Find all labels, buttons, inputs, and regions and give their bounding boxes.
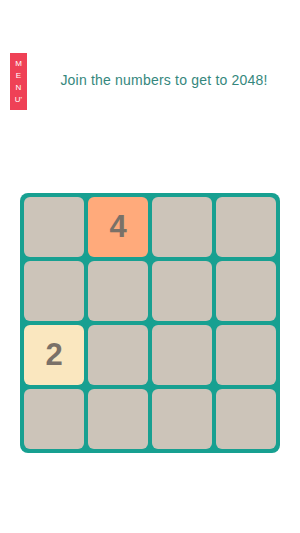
tile-r2-c3 xyxy=(216,325,276,385)
tile-r0-c2 xyxy=(152,197,212,257)
tile-r3-c3 xyxy=(216,389,276,449)
tile-r1-c2 xyxy=(152,261,212,321)
game-board[interactable]: 4 2 xyxy=(20,193,280,453)
menu-letter: M xyxy=(15,58,22,70)
menu-letter: E xyxy=(16,70,21,82)
tile-r2-c2 xyxy=(152,325,212,385)
tile-r1-c1 xyxy=(88,261,148,321)
menu-letter: U' xyxy=(15,94,22,106)
tile-r2-c1 xyxy=(88,325,148,385)
tile-r1-c0 xyxy=(24,261,84,321)
tile-r0-c3 xyxy=(216,197,276,257)
tile-r3-c1 xyxy=(88,389,148,449)
app-screen: M E N U' Join the numbers to get to 2048… xyxy=(0,0,300,533)
tile-r1-c3 xyxy=(216,261,276,321)
tile-r0-c0 xyxy=(24,197,84,257)
menu-button[interactable]: M E N U' xyxy=(10,53,27,110)
tile-r3-c0 xyxy=(24,389,84,449)
tile-r0-c1: 4 xyxy=(88,197,148,257)
menu-letter: N xyxy=(16,82,22,94)
page-title: Join the numbers to get to 2048! xyxy=(36,72,292,88)
tile-r3-c2 xyxy=(152,389,212,449)
tile-r2-c0: 2 xyxy=(24,325,84,385)
